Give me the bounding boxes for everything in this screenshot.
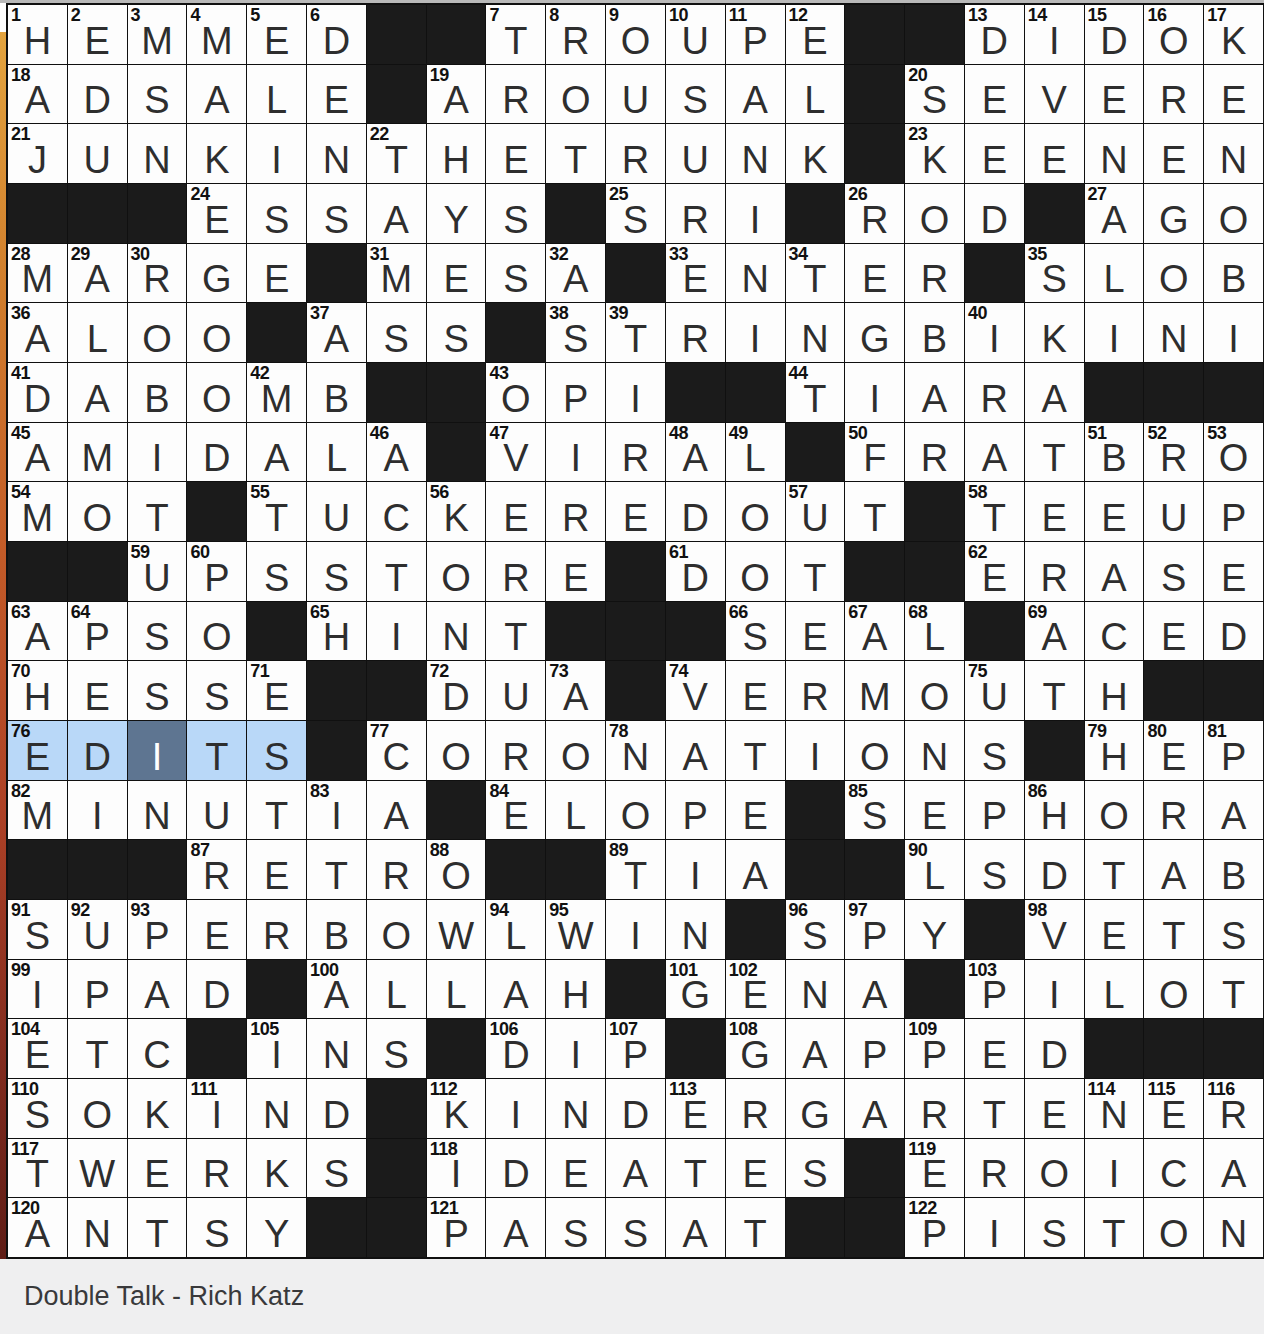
cell-20-20[interactable]: C (1144, 1139, 1203, 1198)
cell-19-14[interactable]: G (786, 1079, 845, 1138)
cell-4-13[interactable]: I (726, 184, 785, 243)
cell-12-3[interactable]: S (128, 661, 187, 720)
cell-5-12[interactable]: 33E (666, 244, 725, 303)
cell-10-14[interactable]: T (786, 542, 845, 601)
cell-17-21[interactable]: T (1204, 960, 1263, 1019)
cell-16-12[interactable]: N (666, 900, 725, 959)
cell-3-17[interactable]: E (965, 124, 1024, 183)
cell-7-5[interactable]: 42M (247, 363, 306, 422)
cell-8-19[interactable]: 51B (1085, 423, 1144, 482)
cell-15-16[interactable]: 90L (905, 840, 964, 899)
cell-9-15[interactable]: T (845, 482, 904, 541)
cell-13-20[interactable]: 80E (1144, 721, 1203, 780)
cell-17-1[interactable]: 99I (8, 960, 67, 1019)
cell-5-5[interactable]: E (247, 244, 306, 303)
cell-3-2[interactable]: U (68, 124, 127, 183)
cell-3-8[interactable]: H (427, 124, 486, 183)
cell-7-17[interactable]: R (965, 363, 1024, 422)
cell-10-7[interactable]: T (367, 542, 426, 601)
cell-21-16[interactable]: 122P (905, 1198, 964, 1257)
cell-15-13[interactable]: A (726, 840, 785, 899)
cell-7-3[interactable]: B (128, 363, 187, 422)
cell-10-19[interactable]: A (1085, 542, 1144, 601)
cell-8-17[interactable]: A (965, 423, 1024, 482)
cell-12-5[interactable]: 71E (247, 661, 306, 720)
cell-8-16[interactable]: R (905, 423, 964, 482)
cell-7-15[interactable]: I (845, 363, 904, 422)
cell-13-14[interactable]: I (786, 721, 845, 780)
cell-10-8[interactable]: O (427, 542, 486, 601)
cell-16-6[interactable]: B (307, 900, 366, 959)
cell-8-18[interactable]: T (1025, 423, 1084, 482)
cell-3-3[interactable]: N (128, 124, 187, 183)
cell-14-2[interactable]: I (68, 781, 127, 840)
cell-18-15[interactable]: P (845, 1019, 904, 1078)
cell-13-5[interactable]: S (247, 721, 306, 780)
cell-5-15[interactable]: E (845, 244, 904, 303)
cell-7-10[interactable]: P (546, 363, 605, 422)
cell-14-6[interactable]: 83I (307, 781, 366, 840)
cell-6-18[interactable]: K (1025, 303, 1084, 362)
cell-16-20[interactable]: T (1144, 900, 1203, 959)
cell-2-8[interactable]: 19A (427, 65, 486, 124)
cell-17-12[interactable]: 101G (666, 960, 725, 1019)
cell-20-1[interactable]: 117T (8, 1139, 67, 1198)
cell-14-3[interactable]: N (128, 781, 187, 840)
cell-9-19[interactable]: E (1085, 482, 1144, 541)
cell-18-16[interactable]: 109P (905, 1019, 964, 1078)
cell-13-17[interactable]: S (965, 721, 1024, 780)
cell-21-1[interactable]: 120A (8, 1198, 67, 1257)
cell-10-6[interactable]: S (307, 542, 366, 601)
cell-6-8[interactable]: S (427, 303, 486, 362)
cell-9-5[interactable]: 55T (247, 482, 306, 541)
cell-14-5[interactable]: T (247, 781, 306, 840)
cell-6-11[interactable]: 39T (606, 303, 665, 362)
cell-13-12[interactable]: A (666, 721, 725, 780)
cell-5-3[interactable]: 30R (128, 244, 187, 303)
cell-21-5[interactable]: Y (247, 1198, 306, 1257)
cell-13-2[interactable]: D (68, 721, 127, 780)
cell-15-17[interactable]: S (965, 840, 1024, 899)
cell-3-6[interactable]: N (307, 124, 366, 183)
cell-21-2[interactable]: N (68, 1198, 127, 1257)
cell-7-14[interactable]: 44T (786, 363, 845, 422)
cell-10-4[interactable]: 60P (187, 542, 246, 601)
cell-4-12[interactable]: R (666, 184, 725, 243)
cell-8-1[interactable]: 45A (8, 423, 67, 482)
cell-1-14[interactable]: 12E (786, 5, 845, 64)
cell-11-3[interactable]: S (128, 602, 187, 661)
cell-11-16[interactable]: 68L (905, 602, 964, 661)
cell-19-1[interactable]: 110S (8, 1079, 67, 1138)
cell-15-19[interactable]: T (1085, 840, 1144, 899)
cell-16-5[interactable]: R (247, 900, 306, 959)
cell-17-18[interactable]: I (1025, 960, 1084, 1019)
cell-21-21[interactable]: N (1204, 1198, 1263, 1257)
cell-16-11[interactable]: I (606, 900, 665, 959)
cell-19-20[interactable]: 115E (1144, 1079, 1203, 1138)
cell-12-8[interactable]: 72D (427, 661, 486, 720)
cell-8-21[interactable]: 53O (1204, 423, 1263, 482)
cell-3-13[interactable]: N (726, 124, 785, 183)
cell-14-18[interactable]: 86H (1025, 781, 1084, 840)
cell-16-21[interactable]: S (1204, 900, 1263, 959)
cell-16-16[interactable]: Y (905, 900, 964, 959)
cell-7-16[interactable]: A (905, 363, 964, 422)
cell-18-10[interactable]: I (546, 1019, 605, 1078)
cell-14-16[interactable]: E (905, 781, 964, 840)
cell-16-10[interactable]: 95W (546, 900, 605, 959)
cell-21-17[interactable]: I (965, 1198, 1024, 1257)
cell-15-5[interactable]: E (247, 840, 306, 899)
cell-13-7[interactable]: 77C (367, 721, 426, 780)
cell-6-15[interactable]: G (845, 303, 904, 362)
cell-4-19[interactable]: 27A (1085, 184, 1144, 243)
cell-15-4[interactable]: 87R (187, 840, 246, 899)
cell-17-20[interactable]: O (1144, 960, 1203, 1019)
cell-15-7[interactable]: R (367, 840, 426, 899)
cell-18-7[interactable]: S (367, 1019, 426, 1078)
cell-13-15[interactable]: O (845, 721, 904, 780)
cell-2-12[interactable]: S (666, 65, 725, 124)
cell-4-5[interactable]: S (247, 184, 306, 243)
cell-14-7[interactable]: A (367, 781, 426, 840)
cell-17-17[interactable]: 103P (965, 960, 1024, 1019)
cell-13-11[interactable]: 78N (606, 721, 665, 780)
cell-5-10[interactable]: 32A (546, 244, 605, 303)
cell-7-2[interactable]: A (68, 363, 127, 422)
cell-10-13[interactable]: O (726, 542, 785, 601)
cell-13-8[interactable]: O (427, 721, 486, 780)
cell-11-9[interactable]: T (486, 602, 545, 661)
cell-20-4[interactable]: R (187, 1139, 246, 1198)
cell-2-9[interactable]: R (486, 65, 545, 124)
cell-5-21[interactable]: B (1204, 244, 1263, 303)
cell-7-9[interactable]: 43O (486, 363, 545, 422)
cell-1-17[interactable]: 13D (965, 5, 1024, 64)
cell-19-18[interactable]: E (1025, 1079, 1084, 1138)
cell-13-13[interactable]: T (726, 721, 785, 780)
cell-2-19[interactable]: E (1085, 65, 1144, 124)
cell-8-2[interactable]: M (68, 423, 127, 482)
cell-21-3[interactable]: T (128, 1198, 187, 1257)
cell-21-20[interactable]: O (1144, 1198, 1203, 1257)
cell-12-2[interactable]: E (68, 661, 127, 720)
cell-19-11[interactable]: D (606, 1079, 665, 1138)
cell-13-19[interactable]: 79H (1085, 721, 1144, 780)
cell-3-20[interactable]: E (1144, 124, 1203, 183)
cell-10-5[interactable]: S (247, 542, 306, 601)
cell-16-15[interactable]: 97P (845, 900, 904, 959)
cell-16-18[interactable]: 98V (1025, 900, 1084, 959)
cell-14-15[interactable]: 85S (845, 781, 904, 840)
cell-4-20[interactable]: G (1144, 184, 1203, 243)
cell-18-14[interactable]: A (786, 1019, 845, 1078)
cell-8-10[interactable]: I (546, 423, 605, 482)
cell-8-11[interactable]: R (606, 423, 665, 482)
cell-11-13[interactable]: 66S (726, 602, 785, 661)
cell-1-10[interactable]: 8R (546, 5, 605, 64)
cell-3-4[interactable]: K (187, 124, 246, 183)
cell-15-12[interactable]: I (666, 840, 725, 899)
cell-20-10[interactable]: E (546, 1139, 605, 1198)
cell-3-19[interactable]: N (1085, 124, 1144, 183)
cell-10-10[interactable]: E (546, 542, 605, 601)
cell-1-11[interactable]: 9O (606, 5, 665, 64)
cell-9-20[interactable]: U (1144, 482, 1203, 541)
cell-6-13[interactable]: I (726, 303, 785, 362)
cell-5-18[interactable]: 35S (1025, 244, 1084, 303)
cell-4-9[interactable]: S (486, 184, 545, 243)
cell-3-21[interactable]: N (1204, 124, 1263, 183)
cell-18-1[interactable]: 104E (8, 1019, 67, 1078)
cell-10-20[interactable]: S (1144, 542, 1203, 601)
cell-8-15[interactable]: 50F (845, 423, 904, 482)
cell-5-13[interactable]: N (726, 244, 785, 303)
cell-15-20[interactable]: A (1144, 840, 1203, 899)
cell-3-1[interactable]: 21J (8, 124, 67, 183)
cell-18-18[interactable]: D (1025, 1019, 1084, 1078)
cell-13-9[interactable]: R (486, 721, 545, 780)
cell-15-8[interactable]: 88O (427, 840, 486, 899)
cell-3-7[interactable]: 22T (367, 124, 426, 183)
cell-19-4[interactable]: 111I (187, 1079, 246, 1138)
cell-6-4[interactable]: O (187, 303, 246, 362)
cell-3-11[interactable]: R (606, 124, 665, 183)
cell-9-7[interactable]: C (367, 482, 426, 541)
cell-2-21[interactable]: E (1204, 65, 1263, 124)
cell-11-2[interactable]: 64P (68, 602, 127, 661)
cell-1-12[interactable]: 10U (666, 5, 725, 64)
cell-8-6[interactable]: L (307, 423, 366, 482)
cell-3-18[interactable]: E (1025, 124, 1084, 183)
cell-20-13[interactable]: E (726, 1139, 785, 1198)
cell-4-17[interactable]: D (965, 184, 1024, 243)
cell-19-12[interactable]: 113E (666, 1079, 725, 1138)
cell-14-10[interactable]: L (546, 781, 605, 840)
cell-2-14[interactable]: L (786, 65, 845, 124)
cell-8-9[interactable]: 47V (486, 423, 545, 482)
cell-20-6[interactable]: S (307, 1139, 366, 1198)
cell-19-3[interactable]: K (128, 1079, 187, 1138)
cell-11-14[interactable]: E (786, 602, 845, 661)
cell-16-14[interactable]: 96S (786, 900, 845, 959)
cell-12-14[interactable]: R (786, 661, 845, 720)
cell-16-19[interactable]: E (1085, 900, 1144, 959)
cell-18-5[interactable]: 105I (247, 1019, 306, 1078)
cell-19-21[interactable]: 116R (1204, 1079, 1263, 1138)
cell-13-10[interactable]: O (546, 721, 605, 780)
cell-4-21[interactable]: O (1204, 184, 1263, 243)
cell-5-14[interactable]: 34T (786, 244, 845, 303)
cell-13-3[interactable]: I (128, 721, 187, 780)
cell-20-12[interactable]: T (666, 1139, 725, 1198)
cell-16-3[interactable]: 93P (128, 900, 187, 959)
cell-17-7[interactable]: L (367, 960, 426, 1019)
cell-8-5[interactable]: A (247, 423, 306, 482)
cell-20-18[interactable]: O (1025, 1139, 1084, 1198)
cell-10-21[interactable]: E (1204, 542, 1263, 601)
cell-11-19[interactable]: C (1085, 602, 1144, 661)
cell-2-13[interactable]: A (726, 65, 785, 124)
cell-12-19[interactable]: H (1085, 661, 1144, 720)
cell-18-13[interactable]: 108G (726, 1019, 785, 1078)
cell-1-21[interactable]: 17K (1204, 5, 1263, 64)
cell-18-3[interactable]: C (128, 1019, 187, 1078)
cell-21-18[interactable]: S (1025, 1198, 1084, 1257)
cell-10-12[interactable]: 61D (666, 542, 725, 601)
cell-11-15[interactable]: 67A (845, 602, 904, 661)
cell-19-13[interactable]: R (726, 1079, 785, 1138)
cell-2-18[interactable]: V (1025, 65, 1084, 124)
cell-8-7[interactable]: 46A (367, 423, 426, 482)
cell-9-6[interactable]: U (307, 482, 366, 541)
cell-9-8[interactable]: 56K (427, 482, 486, 541)
cell-11-7[interactable]: I (367, 602, 426, 661)
cell-12-9[interactable]: U (486, 661, 545, 720)
cell-6-10[interactable]: 38S (546, 303, 605, 362)
cell-11-18[interactable]: 69A (1025, 602, 1084, 661)
cell-9-17[interactable]: 58T (965, 482, 1024, 541)
cell-2-2[interactable]: D (68, 65, 127, 124)
cell-19-5[interactable]: N (247, 1079, 306, 1138)
cell-9-14[interactable]: 57U (786, 482, 845, 541)
cell-9-12[interactable]: D (666, 482, 725, 541)
cell-20-14[interactable]: S (786, 1139, 845, 1198)
cell-8-13[interactable]: 49L (726, 423, 785, 482)
cell-4-8[interactable]: Y (427, 184, 486, 243)
cell-20-16[interactable]: 119E (905, 1139, 964, 1198)
cell-12-10[interactable]: 73A (546, 661, 605, 720)
cell-19-6[interactable]: D (307, 1079, 366, 1138)
cell-1-13[interactable]: 11P (726, 5, 785, 64)
cell-13-4[interactable]: T (187, 721, 246, 780)
cell-12-18[interactable]: T (1025, 661, 1084, 720)
cell-4-11[interactable]: 25S (606, 184, 665, 243)
cell-12-15[interactable]: M (845, 661, 904, 720)
cell-19-8[interactable]: 112K (427, 1079, 486, 1138)
cell-9-21[interactable]: P (1204, 482, 1263, 541)
cell-6-17[interactable]: 40I (965, 303, 1024, 362)
cell-16-4[interactable]: E (187, 900, 246, 959)
cell-6-6[interactable]: 37A (307, 303, 366, 362)
cell-21-11[interactable]: S (606, 1198, 665, 1257)
cell-19-19[interactable]: 114N (1085, 1079, 1144, 1138)
cell-9-9[interactable]: E (486, 482, 545, 541)
cell-20-21[interactable]: A (1204, 1139, 1263, 1198)
cell-4-15[interactable]: 26R (845, 184, 904, 243)
cell-13-1[interactable]: 76E (8, 721, 67, 780)
cell-5-16[interactable]: R (905, 244, 964, 303)
cell-20-8[interactable]: 118I (427, 1139, 486, 1198)
cell-12-1[interactable]: 70H (8, 661, 67, 720)
cell-15-21[interactable]: B (1204, 840, 1263, 899)
cell-2-1[interactable]: 18A (8, 65, 67, 124)
cell-1-6[interactable]: 6D (307, 5, 366, 64)
cell-7-18[interactable]: A (1025, 363, 1084, 422)
cell-17-8[interactable]: L (427, 960, 486, 1019)
cell-2-17[interactable]: E (965, 65, 1024, 124)
cell-14-21[interactable]: A (1204, 781, 1263, 840)
cell-13-16[interactable]: N (905, 721, 964, 780)
cell-4-6[interactable]: S (307, 184, 366, 243)
cell-16-2[interactable]: 92U (68, 900, 127, 959)
cell-16-1[interactable]: 91S (8, 900, 67, 959)
cell-12-4[interactable]: S (187, 661, 246, 720)
cell-7-6[interactable]: B (307, 363, 366, 422)
cell-18-17[interactable]: E (965, 1019, 1024, 1078)
cell-10-17[interactable]: 62E (965, 542, 1024, 601)
cell-7-4[interactable]: O (187, 363, 246, 422)
cell-8-4[interactable]: D (187, 423, 246, 482)
cell-21-10[interactable]: S (546, 1198, 605, 1257)
cell-3-5[interactable]: I (247, 124, 306, 183)
cell-1-3[interactable]: 3M (128, 5, 187, 64)
cell-1-20[interactable]: 16O (1144, 5, 1203, 64)
cell-20-3[interactable]: E (128, 1139, 187, 1198)
cell-14-19[interactable]: O (1085, 781, 1144, 840)
cell-2-5[interactable]: L (247, 65, 306, 124)
cell-17-6[interactable]: 100A (307, 960, 366, 1019)
cell-2-6[interactable]: E (307, 65, 366, 124)
cell-3-16[interactable]: 23K (905, 124, 964, 183)
cell-10-3[interactable]: 59U (128, 542, 187, 601)
cell-17-10[interactable]: H (546, 960, 605, 1019)
cell-6-12[interactable]: R (666, 303, 725, 362)
cell-17-9[interactable]: A (486, 960, 545, 1019)
cell-5-20[interactable]: O (1144, 244, 1203, 303)
cell-17-15[interactable]: A (845, 960, 904, 1019)
cell-4-4[interactable]: 24E (187, 184, 246, 243)
cell-9-2[interactable]: O (68, 482, 127, 541)
cell-2-4[interactable]: A (187, 65, 246, 124)
cell-6-3[interactable]: O (128, 303, 187, 362)
cell-21-9[interactable]: A (486, 1198, 545, 1257)
cell-20-11[interactable]: A (606, 1139, 665, 1198)
cell-6-16[interactable]: B (905, 303, 964, 362)
cell-19-16[interactable]: R (905, 1079, 964, 1138)
cell-20-9[interactable]: D (486, 1139, 545, 1198)
cell-1-2[interactable]: 2E (68, 5, 127, 64)
cell-11-8[interactable]: N (427, 602, 486, 661)
cell-11-1[interactable]: 63A (8, 602, 67, 661)
cell-12-13[interactable]: E (726, 661, 785, 720)
cell-6-14[interactable]: N (786, 303, 845, 362)
cell-11-20[interactable]: E (1144, 602, 1203, 661)
cell-16-9[interactable]: 94L (486, 900, 545, 959)
cell-12-17[interactable]: 75U (965, 661, 1024, 720)
cell-14-4[interactable]: U (187, 781, 246, 840)
cell-6-20[interactable]: N (1144, 303, 1203, 362)
cell-3-12[interactable]: U (666, 124, 725, 183)
cell-9-3[interactable]: T (128, 482, 187, 541)
cell-19-10[interactable]: N (546, 1079, 605, 1138)
cell-14-13[interactable]: E (726, 781, 785, 840)
cell-17-2[interactable]: P (68, 960, 127, 1019)
cell-8-3[interactable]: I (128, 423, 187, 482)
cell-2-11[interactable]: U (606, 65, 665, 124)
cell-14-17[interactable]: P (965, 781, 1024, 840)
cell-1-1[interactable]: 1H (8, 5, 67, 64)
cell-11-21[interactable]: D (1204, 602, 1263, 661)
cell-3-10[interactable]: T (546, 124, 605, 183)
cell-9-1[interactable]: 54M (8, 482, 67, 541)
cell-12-16[interactable]: O (905, 661, 964, 720)
cell-16-7[interactable]: O (367, 900, 426, 959)
cell-4-7[interactable]: A (367, 184, 426, 243)
cell-1-5[interactable]: 5E (247, 5, 306, 64)
